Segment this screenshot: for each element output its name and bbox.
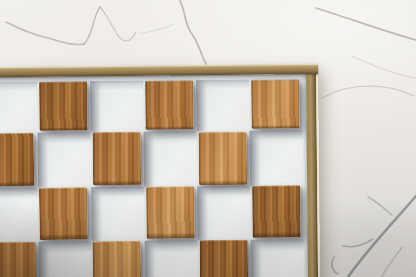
wood-tile xyxy=(199,132,248,185)
wood-tile xyxy=(200,240,249,277)
marble-vein xyxy=(352,56,416,78)
marble-vein xyxy=(348,196,416,277)
board-square-light xyxy=(197,186,251,241)
board-square-light xyxy=(145,240,199,277)
marble-vein xyxy=(84,7,100,44)
board-square-dark xyxy=(38,187,92,242)
wood-tile xyxy=(39,187,88,240)
wood-tile xyxy=(39,81,87,130)
wood-tile xyxy=(251,79,299,128)
board-square-light xyxy=(196,80,249,132)
wood-tile xyxy=(145,80,193,129)
board-square-light xyxy=(90,81,143,133)
marble-vein xyxy=(368,197,392,215)
board-grid xyxy=(0,79,304,277)
board-square-dark xyxy=(0,242,39,277)
board-square-light xyxy=(39,241,93,277)
wood-tile xyxy=(92,241,141,277)
board-square-dark xyxy=(144,186,198,241)
photo-scene xyxy=(0,0,416,277)
marble-vein xyxy=(322,86,414,98)
marble-vein xyxy=(140,24,174,34)
board-square-dark xyxy=(143,80,196,132)
board-square-light xyxy=(250,130,304,186)
board-square-dark xyxy=(250,185,304,240)
wood-tile xyxy=(146,186,194,238)
board-square-dark xyxy=(198,240,252,277)
marble-vein xyxy=(316,8,416,40)
board-square-light xyxy=(91,187,145,242)
board-square-light xyxy=(0,82,38,134)
marble-vein xyxy=(332,257,338,274)
board-square-dark xyxy=(91,132,145,188)
marble-vein xyxy=(343,239,373,247)
board-square-dark xyxy=(0,133,38,189)
wood-tile xyxy=(0,242,36,277)
board-square-light xyxy=(0,188,39,243)
board-square-dark xyxy=(92,241,146,277)
wood-tile xyxy=(252,185,300,237)
board-square-light xyxy=(251,239,305,277)
board-square-dark xyxy=(37,81,90,133)
board-square-light xyxy=(144,131,198,187)
board-square-light xyxy=(38,132,92,188)
board-square-dark xyxy=(249,79,302,131)
board-square-dark xyxy=(197,131,251,187)
chessboard xyxy=(0,64,320,277)
marble-vein xyxy=(6,22,84,45)
wood-tile xyxy=(93,132,142,185)
wood-tile xyxy=(0,133,34,187)
marble-vein xyxy=(180,1,206,64)
marble-vein xyxy=(100,7,136,41)
board-right-edge xyxy=(306,66,320,277)
marble-vein xyxy=(382,247,402,277)
